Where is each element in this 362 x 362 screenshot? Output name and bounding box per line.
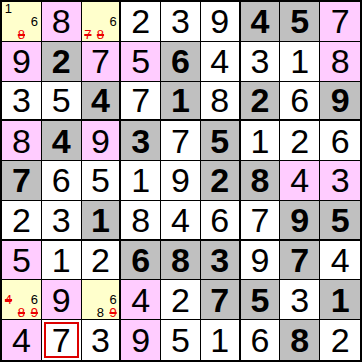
entered-digit: 3: [12, 83, 31, 117]
cell-r8c4[interactable]: 4: [121, 280, 161, 320]
cell-r5c9[interactable]: 3: [320, 161, 360, 201]
given-digit: 9: [331, 83, 350, 117]
cell-r5c7[interactable]: 8: [241, 161, 281, 201]
entered-digit: 5: [91, 163, 110, 197]
cell-r5c6[interactable]: 2: [201, 161, 241, 201]
cell-r1c1[interactable]: 168: [2, 2, 42, 42]
entered-digit: 6: [210, 203, 229, 237]
entered-digit: 1: [52, 243, 71, 277]
entered-digit: 7: [251, 203, 270, 237]
cell-r5c5[interactable]: 9: [161, 161, 201, 201]
pencil-mark-8-eliminated: 8: [15, 28, 28, 41]
pencil-mark-4-eliminated: 4: [2, 293, 15, 306]
entered-digit: 7: [171, 124, 190, 158]
cell-r7c8[interactable]: 7: [280, 241, 320, 281]
cell-r9c5[interactable]: 5: [161, 320, 201, 360]
pencil-mark-6: 6: [28, 15, 41, 28]
cell-r2c1[interactable]: 9: [2, 42, 42, 82]
entered-digit: 6: [52, 163, 71, 197]
given-digit: 4: [251, 4, 270, 38]
entered-digit: 4: [331, 243, 350, 277]
sudoku-board: 1688678239457927564318354718269849375126…: [0, 0, 362, 362]
entered-digit: 9: [210, 4, 229, 38]
entered-digit: 6: [290, 83, 309, 117]
cell-r8c7[interactable]: 5: [241, 280, 281, 320]
given-digit: 5: [331, 203, 350, 237]
cell-r4c5[interactable]: 7: [161, 121, 201, 161]
entered-digit: 8: [52, 4, 71, 38]
entered-digit: 3: [290, 283, 309, 317]
entered-digit: 9: [12, 44, 31, 78]
given-digit: 5: [210, 124, 229, 158]
cell-r8c9[interactable]: 1: [320, 280, 360, 320]
cell-r9c7[interactable]: 6: [241, 320, 281, 360]
given-digit: 7: [210, 283, 229, 317]
cell-r1c8[interactable]: 5: [280, 2, 320, 42]
given-digit: 8: [251, 163, 270, 197]
cell-r8c6[interactable]: 7: [201, 280, 241, 320]
pencil-marks: 678: [82, 2, 120, 41]
entered-digit: 4: [12, 323, 31, 357]
cell-r3c1[interactable]: 3: [2, 82, 42, 122]
given-digit: 1: [331, 283, 350, 317]
given-digit: 8: [171, 243, 190, 277]
cell-r1c2[interactable]: 8: [42, 2, 82, 42]
entered-digit: 3: [52, 203, 71, 237]
entered-digit: 1: [290, 44, 309, 78]
cell-r1c4[interactable]: 2: [121, 2, 161, 42]
cell-r1c6[interactable]: 9: [201, 2, 241, 42]
cell-r1c3[interactable]: 678: [82, 2, 122, 42]
entered-digit: 5: [12, 243, 31, 277]
given-digit: 2: [251, 83, 270, 117]
entered-digit: 7: [131, 83, 150, 117]
cell-r9c1[interactable]: 4: [2, 320, 42, 360]
given-digit: 7: [12, 163, 31, 197]
cell-r5c4[interactable]: 1: [121, 161, 161, 201]
cell-r5c3[interactable]: 5: [82, 161, 122, 201]
cell-r6c4[interactable]: 8: [121, 201, 161, 241]
entered-digit: 4: [171, 203, 190, 237]
pencil-marks: 168: [2, 2, 41, 41]
entered-digit: 9: [251, 243, 270, 277]
cell-r4c8[interactable]: 2: [280, 121, 320, 161]
entered-digit: 9: [91, 124, 110, 158]
cell-r6c6[interactable]: 6: [201, 201, 241, 241]
given-digit: 3: [210, 243, 229, 277]
entered-digit: 3: [91, 323, 110, 357]
entered-digit: 8: [210, 83, 229, 117]
entered-digit: 2: [131, 4, 150, 38]
cell-r3c5[interactable]: 1: [161, 82, 201, 122]
given-digit: 4: [52, 124, 71, 158]
cell-r1c5[interactable]: 3: [161, 2, 201, 42]
cell-r4c7[interactable]: 1: [241, 121, 281, 161]
entered-digit: 1: [131, 163, 150, 197]
pencil-marks: 689: [82, 280, 120, 319]
entered-digit: 8: [12, 124, 31, 158]
given-digit: 4: [91, 83, 110, 117]
given-digit: 8: [290, 323, 309, 357]
pencil-mark-6: 6: [107, 15, 120, 28]
given-digit: 2: [52, 44, 71, 78]
cell-r7c3[interactable]: 2: [82, 241, 122, 281]
cell-r7c5[interactable]: 8: [161, 241, 201, 281]
cell-r9c4[interactable]: 9: [121, 320, 161, 360]
cell-r4c6[interactable]: 5: [201, 121, 241, 161]
cell-r3c4[interactable]: 7: [121, 82, 161, 122]
cell-r6c5[interactable]: 4: [161, 201, 201, 241]
entered-digit: 1: [210, 323, 229, 357]
cell-r3c2[interactable]: 5: [42, 82, 82, 122]
pencil-mark-8-eliminated: 8: [94, 28, 107, 41]
cell-r2c7[interactable]: 3: [241, 42, 281, 82]
given-digit: 3: [131, 124, 150, 158]
cell-r8c5[interactable]: 2: [161, 280, 201, 320]
entered-digit: 2: [331, 323, 350, 357]
entered-digit: 4: [290, 163, 309, 197]
cell-r2c3[interactable]: 7: [82, 42, 122, 82]
entered-digit: 8: [131, 203, 150, 237]
given-digit: 5: [251, 283, 270, 317]
cell-r1c9[interactable]: 7: [320, 2, 360, 42]
cell-r5c2[interactable]: 6: [42, 161, 82, 201]
entered-digit: 8: [331, 44, 350, 78]
cell-r9c6[interactable]: 1: [201, 320, 241, 360]
entered-digit: 6: [331, 124, 350, 158]
entered-digit: 1: [251, 124, 270, 158]
entered-digit: 7: [52, 323, 71, 357]
cell-r3c8[interactable]: 6: [280, 82, 320, 122]
cell-r2c6[interactable]: 4: [201, 42, 241, 82]
cell-r3c9[interactable]: 9: [320, 82, 360, 122]
pencil-mark-9-eliminated: 9: [107, 306, 120, 319]
entered-digit: 4: [210, 44, 229, 78]
cell-r7c7[interactable]: 9: [241, 241, 281, 281]
cell-r1c7[interactable]: 4: [241, 2, 281, 42]
entered-digit: 2: [12, 203, 31, 237]
pencil-marks: 4689: [2, 280, 41, 319]
pencil-mark-9-eliminated: 9: [28, 306, 41, 319]
given-digit: 5: [290, 4, 309, 38]
entered-digit: 6: [251, 323, 270, 357]
cell-r4c9[interactable]: 6: [320, 121, 360, 161]
cell-r3c3[interactable]: 4: [82, 82, 122, 122]
cell-r7c6[interactable]: 3: [201, 241, 241, 281]
cell-r3c7[interactable]: 2: [241, 82, 281, 122]
cell-r6c2[interactable]: 3: [42, 201, 82, 241]
cell-r5c8[interactable]: 4: [280, 161, 320, 201]
given-digit: 1: [171, 83, 190, 117]
pencil-mark-8: 8: [94, 306, 107, 319]
cell-r7c2[interactable]: 1: [42, 241, 82, 281]
entered-digit: 7: [331, 4, 350, 38]
cell-r2c9[interactable]: 8: [320, 42, 360, 82]
given-digit: 1: [91, 203, 110, 237]
cell-r7c4[interactable]: 6: [121, 241, 161, 281]
given-digit: 2: [210, 163, 229, 197]
cell-r5c1[interactable]: 7: [2, 161, 42, 201]
cell-r6c7[interactable]: 7: [241, 201, 281, 241]
entered-digit: 9: [131, 323, 150, 357]
cell-r6c3[interactable]: 1: [82, 201, 122, 241]
cell-r8c2[interactable]: 9: [42, 280, 82, 320]
cell-r4c4[interactable]: 3: [121, 121, 161, 161]
cell-r9c8[interactable]: 8: [280, 320, 320, 360]
cell-r8c3[interactable]: 689: [82, 280, 122, 320]
cell-r3c6[interactable]: 8: [201, 82, 241, 122]
entered-digit: 3: [251, 44, 270, 78]
cell-r9c3[interactable]: 3: [82, 320, 122, 360]
given-digit: 6: [171, 44, 190, 78]
pencil-mark-7-eliminated: 7: [82, 28, 95, 41]
cell-r9c2[interactable]: 7: [42, 320, 82, 360]
entered-digit: 5: [52, 83, 71, 117]
entered-digit: 9: [52, 283, 71, 317]
given-digit: 6: [131, 243, 150, 277]
pencil-mark-1: 1: [2, 2, 15, 15]
cell-r4c3[interactable]: 9: [82, 121, 122, 161]
pencil-mark-8-eliminated: 8: [15, 306, 28, 319]
entered-digit: 7: [91, 44, 110, 78]
entered-digit: 4: [131, 283, 150, 317]
cell-r8c1[interactable]: 4689: [2, 280, 42, 320]
cell-r6c1[interactable]: 2: [2, 201, 42, 241]
cell-r4c1[interactable]: 8: [2, 121, 42, 161]
entered-digit: 3: [171, 4, 190, 38]
entered-digit: 2: [171, 283, 190, 317]
cell-r4c2[interactable]: 4: [42, 121, 82, 161]
entered-digit: 5: [171, 323, 190, 357]
cell-r7c1[interactable]: 5: [2, 241, 42, 281]
cell-r7c9[interactable]: 4: [320, 241, 360, 281]
cell-r8c8[interactable]: 3: [280, 280, 320, 320]
entered-digit: 2: [91, 243, 110, 277]
sudoku-app: 1688678239457927564318354718269849375126…: [0, 0, 362, 362]
cell-r6c9[interactable]: 5: [320, 201, 360, 241]
cell-r2c2[interactable]: 2: [42, 42, 82, 82]
cell-r6c8[interactable]: 9: [280, 201, 320, 241]
cell-r2c4[interactable]: 5: [121, 42, 161, 82]
entered-digit: 2: [290, 124, 309, 158]
entered-digit: 3: [331, 163, 350, 197]
cell-r2c8[interactable]: 1: [280, 42, 320, 82]
cell-r2c5[interactable]: 6: [161, 42, 201, 82]
entered-digit: 9: [171, 163, 190, 197]
given-digit: 9: [290, 203, 309, 237]
given-digit: 7: [290, 243, 309, 277]
cell-r9c9[interactable]: 2: [320, 320, 360, 360]
entered-digit: 5: [131, 44, 150, 78]
